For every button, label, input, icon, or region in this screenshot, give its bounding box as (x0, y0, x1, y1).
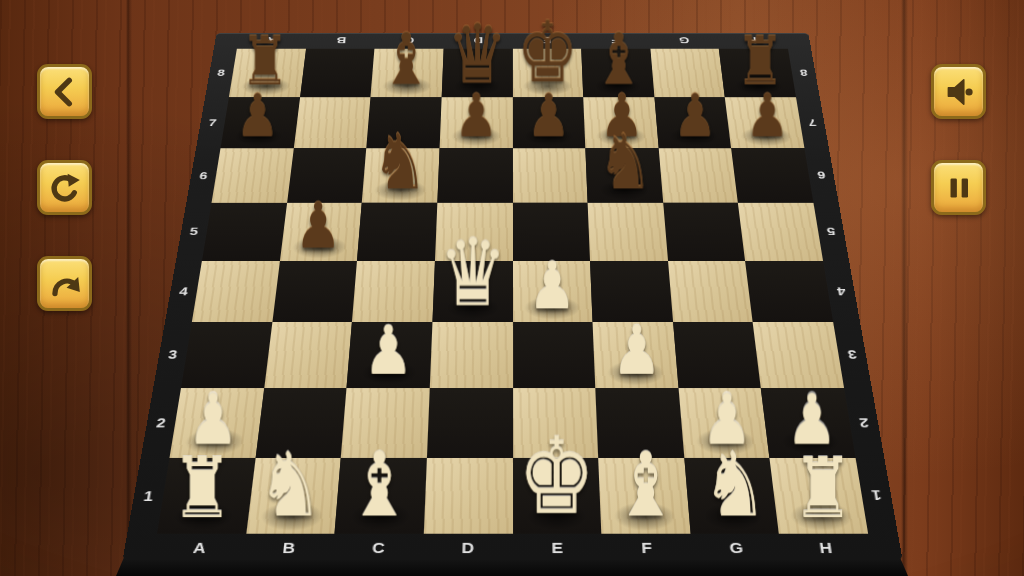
square-f3[interactable]: ♟ (592, 322, 678, 388)
square-e6[interactable] (512, 148, 587, 202)
piece-black-pawn-b5[interactable]: ♟ (295, 194, 342, 257)
piece-white-knight-b1[interactable]: ♞ (257, 440, 323, 529)
square-d1[interactable] (423, 458, 512, 533)
square-c8[interactable]: ♝ (370, 48, 443, 96)
back-button[interactable] (37, 64, 92, 119)
file-label-b: B (305, 33, 375, 49)
square-f5[interactable] (587, 202, 667, 260)
square-d4[interactable]: ♛ (432, 260, 512, 322)
piece-white-king-e1[interactable]: ♚ (517, 423, 595, 529)
rotate-button[interactable] (37, 160, 92, 215)
piece-white-bishop-f1[interactable]: ♝ (612, 440, 678, 529)
piece-black-pawn-e7[interactable]: ♟ (527, 86, 571, 146)
pause-icon (941, 170, 977, 206)
redo-button[interactable] (37, 256, 92, 311)
file-labels-top: ABCDEFGH (236, 33, 787, 49)
sound-button[interactable] (931, 64, 986, 119)
piece-white-knight-g1[interactable]: ♞ (701, 440, 767, 529)
file-labels-bottom: ABCDEFGH (152, 533, 872, 560)
piece-black-pawn-a7[interactable]: ♟ (235, 86, 279, 146)
square-e7[interactable]: ♟ (512, 97, 585, 148)
piece-white-bishop-c1[interactable]: ♝ (346, 440, 412, 529)
file-label-h: H (717, 33, 788, 49)
square-e3[interactable] (512, 322, 595, 388)
square-f1[interactable]: ♝ (598, 458, 690, 533)
file-label-h: H (779, 533, 872, 560)
file-label-f: F (580, 33, 650, 49)
square-h7[interactable]: ♟ (725, 97, 804, 148)
file-label-e: E (512, 533, 602, 560)
square-b4[interactable] (272, 260, 357, 322)
piece-white-pawn-f3[interactable]: ♟ (611, 316, 661, 384)
square-g1[interactable]: ♞ (684, 458, 779, 533)
piece-black-pawn-h7[interactable]: ♟ (745, 86, 789, 146)
square-e4[interactable]: ♟ (512, 260, 592, 322)
square-h6[interactable] (731, 148, 813, 202)
piece-white-queen-d4[interactable]: ♛ (438, 225, 506, 318)
square-g4[interactable] (667, 260, 752, 322)
speaker-icon (941, 74, 977, 110)
square-a6[interactable] (211, 148, 293, 202)
square-a5[interactable] (202, 202, 287, 260)
square-e1[interactable]: ♚ (512, 458, 601, 533)
square-b7[interactable] (293, 97, 370, 148)
file-label-g: G (648, 33, 718, 49)
piece-white-rook-a1[interactable]: ♜ (171, 445, 232, 529)
square-g5[interactable] (662, 202, 744, 260)
piece-black-knight-c6[interactable]: ♞ (372, 124, 428, 200)
square-g3[interactable] (672, 322, 760, 388)
game-screen: 87654321 87654321 ABCDEFGH ABCDEFGH ♜♝♛♚… (0, 0, 1024, 576)
piece-black-pawn-g7[interactable]: ♟ (672, 86, 716, 146)
square-c3[interactable]: ♟ (346, 322, 432, 388)
file-label-f: F (601, 533, 692, 560)
file-label-a: A (152, 533, 245, 560)
file-label-d: D (422, 533, 512, 560)
piece-white-pawn-e4[interactable]: ♟ (528, 253, 576, 318)
piece-black-pawn-d7[interactable]: ♟ (454, 86, 498, 146)
file-label-g: G (690, 533, 782, 560)
rotate-icon (47, 170, 83, 206)
square-d2[interactable] (426, 387, 512, 457)
square-a4[interactable] (191, 260, 279, 322)
redo-arrow-icon (47, 266, 83, 302)
file-label-d: D (443, 33, 512, 49)
square-d3[interactable] (429, 322, 512, 388)
file-label-b: B (242, 533, 334, 560)
square-g6[interactable] (658, 148, 738, 202)
square-d6[interactable] (437, 148, 512, 202)
chessboard: 87654321 87654321 ABCDEFGH ABCDEFGH ♜♝♛♚… (122, 33, 902, 560)
square-h4[interactable] (745, 260, 833, 322)
piece-white-pawn-c3[interactable]: ♟ (363, 316, 413, 384)
file-label-a: A (236, 33, 307, 49)
square-a7[interactable]: ♟ (220, 97, 299, 148)
pause-button[interactable] (931, 160, 986, 215)
square-b5[interactable]: ♟ (279, 202, 361, 260)
square-a1[interactable]: ♜ (156, 458, 254, 533)
file-label-e: E (512, 33, 581, 49)
square-b1[interactable]: ♞ (245, 458, 340, 533)
board-squares: ♜♝♛♚♝♜♟♟♟♟♟♟♞♞♟♛♟♟♟♟♟♟♜♞♝♚♝♞♜ (156, 48, 867, 533)
board-scene: 87654321 87654321 ABCDEFGH ABCDEFGH ♜♝♛♚… (0, 0, 1024, 576)
square-f6[interactable]: ♞ (585, 148, 662, 202)
square-h1[interactable]: ♜ (769, 458, 867, 533)
square-c1[interactable]: ♝ (334, 458, 426, 533)
square-a3[interactable] (180, 322, 271, 388)
square-c5[interactable] (357, 202, 437, 260)
back-chevron-icon (47, 74, 83, 110)
file-label-c: C (332, 533, 423, 560)
square-d7[interactable]: ♟ (439, 97, 512, 148)
square-c6[interactable]: ♞ (362, 148, 439, 202)
square-b3[interactable] (263, 322, 351, 388)
square-h5[interactable] (738, 202, 823, 260)
file-label-c: C (374, 33, 444, 49)
square-g7[interactable]: ♟ (654, 97, 731, 148)
square-b8[interactable] (299, 48, 374, 96)
piece-black-knight-f6[interactable]: ♞ (597, 124, 653, 200)
piece-white-rook-h1[interactable]: ♜ (792, 445, 853, 529)
square-h3[interactable] (752, 322, 843, 388)
